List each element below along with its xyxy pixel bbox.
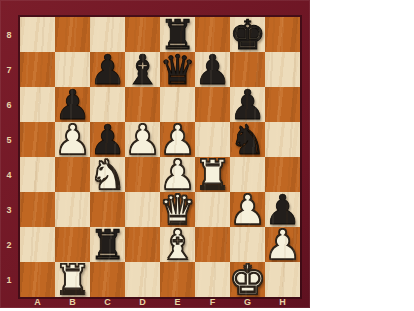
piece-white-knight[interactable]: ♞	[89, 155, 126, 196]
square-a6[interactable]	[20, 87, 55, 122]
square-e1[interactable]	[160, 262, 195, 297]
piece-white-king[interactable]: ♚	[229, 260, 266, 301]
piece-white-rook[interactable]: ♜	[54, 260, 91, 301]
square-b8[interactable]	[55, 17, 90, 52]
square-e7[interactable]: ♛	[160, 52, 195, 87]
square-g3[interactable]: ♟	[230, 192, 265, 227]
square-b3[interactable]	[55, 192, 90, 227]
piece-white-pawn[interactable]: ♟	[124, 120, 161, 161]
piece-black-rook[interactable]: ♜	[89, 225, 126, 266]
square-h2[interactable]: ♟	[265, 227, 300, 262]
rank-label-4: 4	[0, 157, 18, 192]
square-a5[interactable]	[20, 122, 55, 157]
square-f7[interactable]: ♟	[195, 52, 230, 87]
piece-white-pawn[interactable]: ♟	[264, 225, 301, 266]
rank-label-8: 8	[0, 17, 18, 52]
chess-board-frame: 87654321 ABCDEFGH ♜♚♟♝♛♟♟♟♟♟♟♟♞♞♟♜♛♟♟♜♝♟…	[0, 0, 310, 308]
piece-black-pawn[interactable]: ♟	[89, 50, 126, 91]
square-g5[interactable]: ♞	[230, 122, 265, 157]
rank-label-7: 7	[0, 52, 18, 87]
square-d7[interactable]: ♝	[125, 52, 160, 87]
square-h5[interactable]	[265, 122, 300, 157]
rank-label-1: 1	[0, 262, 18, 297]
square-h6[interactable]	[265, 87, 300, 122]
piece-black-queen[interactable]: ♛	[159, 50, 196, 91]
rank-label-6: 6	[0, 87, 18, 122]
square-a3[interactable]	[20, 192, 55, 227]
page: 87654321 ABCDEFGH ♜♚♟♝♛♟♟♟♟♟♟♟♞♞♟♜♛♟♟♜♝♟…	[0, 0, 414, 311]
square-f6[interactable]	[195, 87, 230, 122]
square-c4[interactable]: ♞	[90, 157, 125, 192]
piece-white-pawn[interactable]: ♟	[229, 190, 266, 231]
square-b4[interactable]	[55, 157, 90, 192]
square-d4[interactable]	[125, 157, 160, 192]
square-a1[interactable]	[20, 262, 55, 297]
piece-white-rook[interactable]: ♜	[194, 155, 231, 196]
square-c2[interactable]: ♜	[90, 227, 125, 262]
chess-board: ♜♚♟♝♛♟♟♟♟♟♟♟♞♞♟♜♛♟♟♜♝♟♜♚	[20, 17, 300, 297]
square-c1[interactable]	[90, 262, 125, 297]
piece-black-knight[interactable]: ♞	[229, 120, 266, 161]
square-a8[interactable]	[20, 17, 55, 52]
square-a4[interactable]	[20, 157, 55, 192]
square-f2[interactable]	[195, 227, 230, 262]
rank-label-5: 5	[0, 122, 18, 157]
square-b5[interactable]: ♟	[55, 122, 90, 157]
square-h7[interactable]	[265, 52, 300, 87]
square-d2[interactable]	[125, 227, 160, 262]
piece-white-pawn[interactable]: ♟	[54, 120, 91, 161]
piece-black-bishop[interactable]: ♝	[124, 50, 161, 91]
square-a7[interactable]	[20, 52, 55, 87]
rank-label-3: 3	[0, 192, 18, 227]
piece-black-king[interactable]: ♚	[229, 15, 266, 56]
square-h8[interactable]	[265, 17, 300, 52]
square-d5[interactable]: ♟	[125, 122, 160, 157]
square-e2[interactable]: ♝	[160, 227, 195, 262]
square-d3[interactable]	[125, 192, 160, 227]
rank-label-2: 2	[0, 227, 18, 262]
square-h1[interactable]	[265, 262, 300, 297]
square-c7[interactable]: ♟	[90, 52, 125, 87]
square-b1[interactable]: ♜	[55, 262, 90, 297]
piece-white-bishop[interactable]: ♝	[159, 225, 196, 266]
square-f1[interactable]	[195, 262, 230, 297]
square-a2[interactable]	[20, 227, 55, 262]
square-d1[interactable]	[125, 262, 160, 297]
piece-black-pawn[interactable]: ♟	[194, 50, 231, 91]
square-g8[interactable]: ♚	[230, 17, 265, 52]
square-f3[interactable]	[195, 192, 230, 227]
rank-labels: 87654321	[0, 17, 18, 297]
square-g1[interactable]: ♚	[230, 262, 265, 297]
square-f4[interactable]: ♜	[195, 157, 230, 192]
